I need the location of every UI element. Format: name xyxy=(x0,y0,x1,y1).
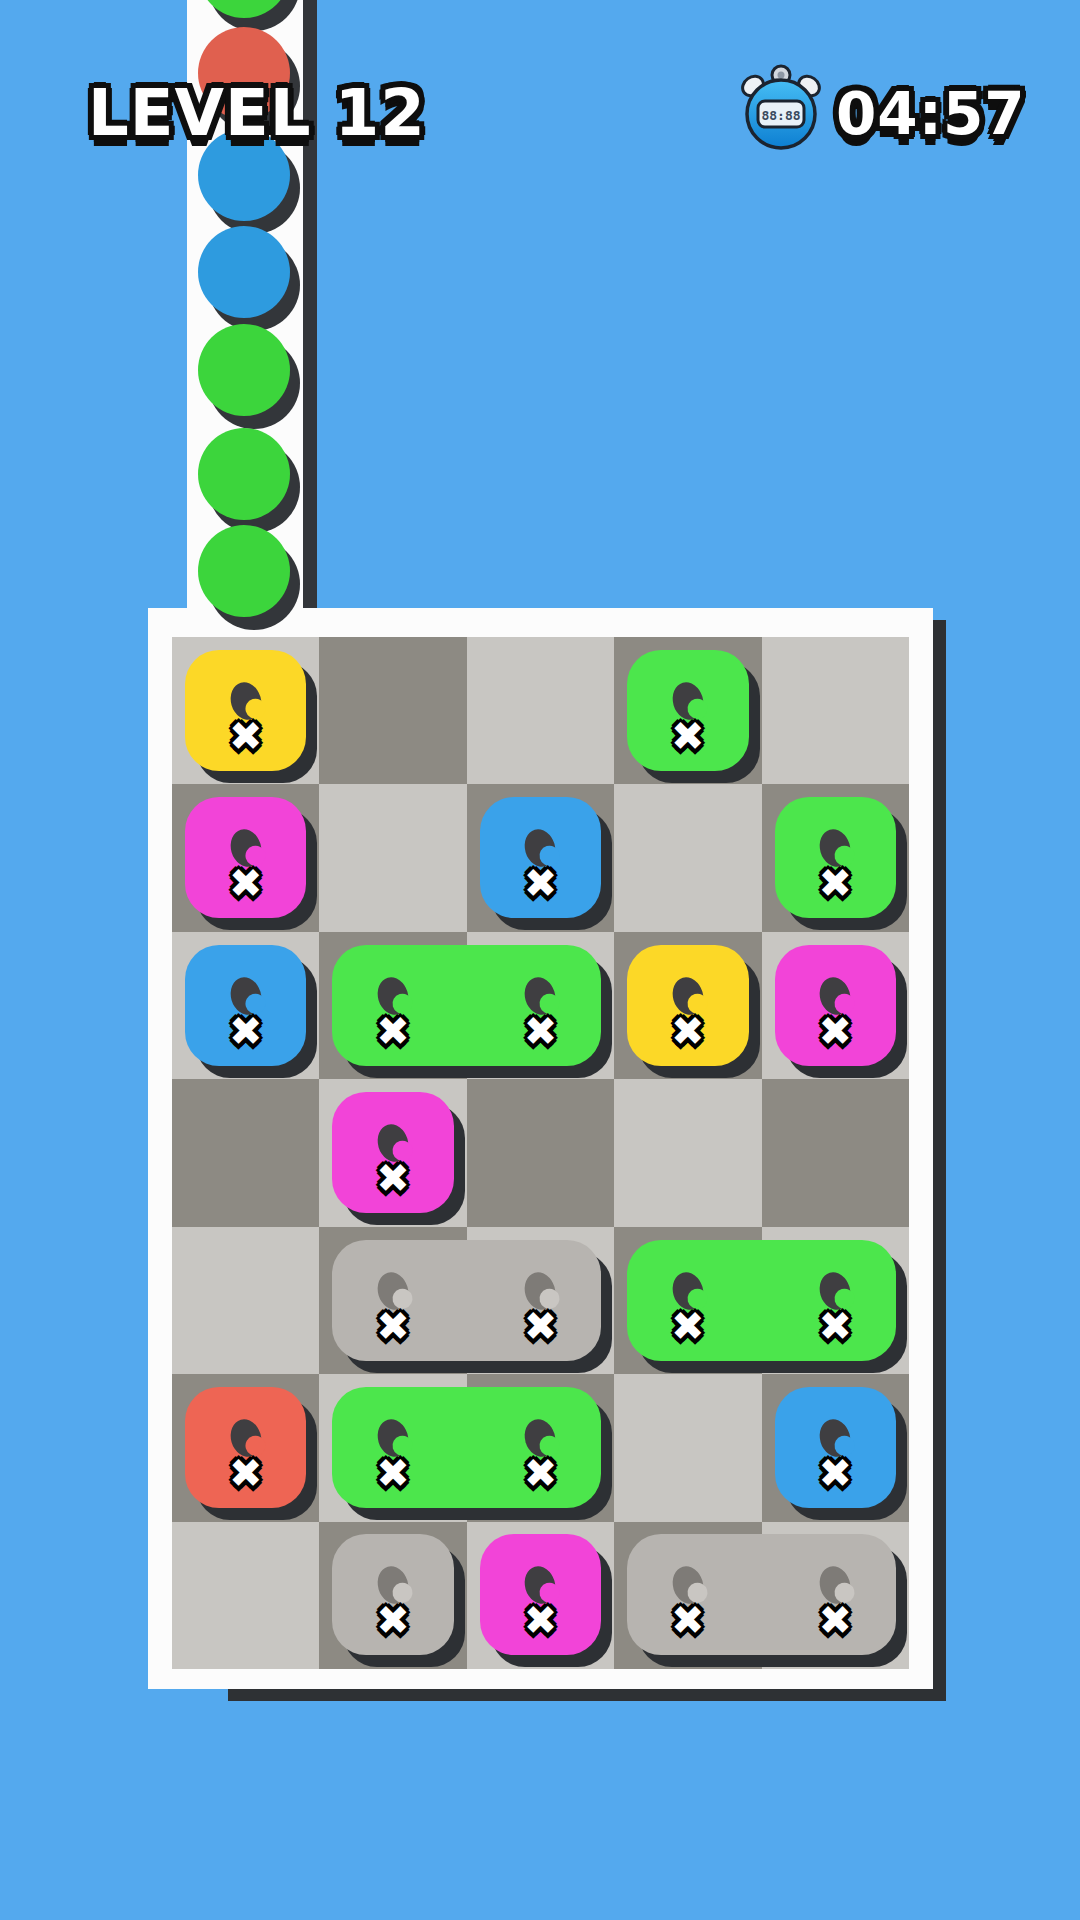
block-pink[interactable]: ✖ xyxy=(480,1534,601,1655)
board-cell xyxy=(762,1079,909,1226)
block-x-icon: ✖ xyxy=(819,1306,853,1346)
board: ✖✖✖✖✖✖✖✖✖✖✖✖✖✖✖✖✖✖✖✖✖✖✖ xyxy=(148,608,933,1689)
block-x-icon: ✖ xyxy=(819,1011,853,1051)
block-x-icon: ✖ xyxy=(819,1600,853,1640)
board-cell xyxy=(614,1079,761,1226)
block-x-icon: ✖ xyxy=(376,1600,410,1640)
block-x-icon: ✖ xyxy=(376,1306,410,1346)
block-x-icon: ✖ xyxy=(376,1158,410,1198)
block-x-icon: ✖ xyxy=(524,1306,558,1346)
board-cell xyxy=(319,784,466,931)
tube-circle-green xyxy=(198,324,290,416)
block-gray[interactable]: ✖ xyxy=(332,1534,453,1655)
block-x-icon: ✖ xyxy=(819,1453,853,1493)
block-x-icon: ✖ xyxy=(671,1600,705,1640)
block-x-icon: ✖ xyxy=(229,716,263,756)
block-x-icon: ✖ xyxy=(524,863,558,903)
block-pink[interactable]: ✖ xyxy=(775,945,896,1066)
block-green-wide[interactable]: ✖✖ xyxy=(627,1240,896,1361)
block-blue[interactable]: ✖ xyxy=(480,797,601,918)
block-x-icon: ✖ xyxy=(229,1453,263,1493)
tube-circle-green xyxy=(198,428,290,520)
block-x-icon: ✖ xyxy=(376,1453,410,1493)
board-cell xyxy=(172,1522,319,1669)
board-cell xyxy=(614,1374,761,1521)
block-x-icon: ✖ xyxy=(376,1011,410,1051)
block-x-icon: ✖ xyxy=(671,1011,705,1051)
level-title: LEVEL 12 xyxy=(88,76,426,150)
block-pink[interactable]: ✖ xyxy=(185,797,306,918)
svg-text:88:88: 88:88 xyxy=(761,108,800,123)
board-cell xyxy=(172,1079,319,1226)
tube-circle-blue xyxy=(198,226,290,318)
block-pink[interactable]: ✖ xyxy=(332,1092,453,1213)
block-x-icon: ✖ xyxy=(524,1453,558,1493)
block-green[interactable]: ✖ xyxy=(627,650,748,771)
board-shadow xyxy=(933,620,946,1700)
stopwatch-icon: 88:88 xyxy=(736,62,826,152)
block-red[interactable]: ✖ xyxy=(185,1387,306,1508)
block-green-wide[interactable]: ✖✖ xyxy=(332,1387,601,1508)
board-grid: ✖✖✖✖✖✖✖✖✖✖✖✖✖✖✖✖✖✖✖✖✖✖✖ xyxy=(172,637,909,1669)
board-cell xyxy=(172,1227,319,1374)
block-x-icon: ✖ xyxy=(524,1600,558,1640)
block-x-icon: ✖ xyxy=(229,863,263,903)
board-cell xyxy=(467,637,614,784)
board-cell xyxy=(614,784,761,931)
board-shadow xyxy=(228,1689,946,1701)
game-screen: ✖✖✖✖✖✖✖✖✖✖✖✖✖✖✖✖✖✖✖✖✖✖✖ LEVEL 12 88:88 0… xyxy=(0,0,1080,1920)
board-cell xyxy=(467,1079,614,1226)
block-gray-wide[interactable]: ✖✖ xyxy=(627,1534,896,1655)
block-x-icon: ✖ xyxy=(671,716,705,756)
block-gray-wide[interactable]: ✖✖ xyxy=(332,1240,601,1361)
block-green[interactable]: ✖ xyxy=(775,797,896,918)
block-blue[interactable]: ✖ xyxy=(775,1387,896,1508)
block-x-icon: ✖ xyxy=(819,863,853,903)
tube-circle-green xyxy=(198,525,290,617)
block-yellow[interactable]: ✖ xyxy=(185,650,306,771)
block-yellow[interactable]: ✖ xyxy=(627,945,748,1066)
board-cell xyxy=(762,637,909,784)
block-x-icon: ✖ xyxy=(229,1011,263,1051)
block-green-wide[interactable]: ✖✖ xyxy=(332,945,601,1066)
block-blue[interactable]: ✖ xyxy=(185,945,306,1066)
block-x-icon: ✖ xyxy=(524,1011,558,1051)
timer-value: 04:57 xyxy=(836,80,1026,148)
block-x-icon: ✖ xyxy=(671,1306,705,1346)
board-cell xyxy=(319,637,466,784)
